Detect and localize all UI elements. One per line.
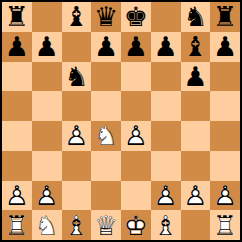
black-bishop-icon[interactable]: ♝ — [62, 2, 92, 32]
square-b6[interactable] — [32, 62, 62, 92]
square-g7[interactable]: ♝ — [181, 32, 211, 62]
square-h7[interactable]: ♟ — [210, 32, 240, 62]
square-h3[interactable] — [210, 151, 240, 181]
square-g4[interactable] — [181, 121, 211, 151]
piece-glyph: ♟ — [32, 32, 62, 62]
piece-outline-layer: ♕ — [91, 210, 121, 240]
piece-outline-layer: ♔ — [121, 210, 151, 240]
square-h8[interactable]: ♜ — [210, 2, 240, 32]
square-g1[interactable] — [181, 210, 211, 240]
square-b4[interactable] — [32, 121, 62, 151]
piece-outline-layer: ♙ — [62, 121, 92, 151]
square-b3[interactable] — [32, 151, 62, 181]
piece-glyph: ♞ — [181, 2, 211, 32]
square-h4[interactable] — [210, 121, 240, 151]
piece-glyph: ♜ — [210, 2, 240, 32]
chess-board: ♜♝♛♚♞♜♟♟♟♟♟♝♟♞♟♟♙♞♘♟♙♟♙♟♙♟♙♟♙♟♙♜♖♞♘♝♗♛♕♚… — [2, 2, 240, 240]
white-bishop-icon[interactable]: ♝♗ — [62, 210, 92, 240]
square-f6[interactable] — [151, 62, 181, 92]
square-a6[interactable] — [2, 62, 32, 92]
square-h1[interactable]: ♜♖ — [210, 210, 240, 240]
white-pawn-icon[interactable]: ♟♙ — [62, 121, 92, 151]
square-h2[interactable]: ♟♙ — [210, 181, 240, 211]
square-b1[interactable]: ♞♘ — [32, 210, 62, 240]
square-c1[interactable]: ♝♗ — [62, 210, 92, 240]
square-e2[interactable] — [121, 181, 151, 211]
square-f8[interactable] — [151, 2, 181, 32]
square-g3[interactable] — [181, 151, 211, 181]
piece-outline-layer: ♖ — [2, 210, 32, 240]
square-f4[interactable] — [151, 121, 181, 151]
square-a2[interactable]: ♟♙ — [2, 181, 32, 211]
piece-outline-layer: ♘ — [32, 210, 62, 240]
piece-outline-layer: ♘ — [91, 121, 121, 151]
square-d8[interactable]: ♛ — [91, 2, 121, 32]
square-g5[interactable] — [181, 91, 211, 121]
square-d2[interactable] — [91, 181, 121, 211]
square-c4[interactable]: ♟♙ — [62, 121, 92, 151]
square-a1[interactable]: ♜♖ — [2, 210, 32, 240]
piece-outline-layer: ♖ — [210, 210, 240, 240]
square-f3[interactable] — [151, 151, 181, 181]
square-e1[interactable]: ♚♔ — [121, 210, 151, 240]
piece-outline-layer: ♙ — [121, 121, 151, 151]
white-pawn-icon[interactable]: ♟♙ — [151, 181, 181, 211]
black-rook-icon[interactable]: ♜ — [2, 2, 32, 32]
black-pawn-icon[interactable]: ♟ — [121, 32, 151, 62]
square-f5[interactable] — [151, 91, 181, 121]
piece-outline-layer: ♙ — [210, 181, 240, 211]
square-h6[interactable] — [210, 62, 240, 92]
square-c3[interactable] — [62, 151, 92, 181]
black-king-icon[interactable]: ♚ — [121, 2, 151, 32]
piece-outline-layer: ♗ — [151, 210, 181, 240]
square-b2[interactable]: ♟♙ — [32, 181, 62, 211]
piece-outline-layer: ♙ — [2, 181, 32, 211]
square-c2[interactable] — [62, 181, 92, 211]
square-c7[interactable] — [62, 32, 92, 62]
square-f1[interactable]: ♝♗ — [151, 210, 181, 240]
square-g2[interactable]: ♟♙ — [181, 181, 211, 211]
white-pawn-icon[interactable]: ♟♙ — [32, 181, 62, 211]
square-a8[interactable]: ♜ — [2, 2, 32, 32]
square-e4[interactable]: ♟♙ — [121, 121, 151, 151]
black-bishop-icon[interactable]: ♝ — [181, 32, 211, 62]
square-g6[interactable]: ♟ — [181, 62, 211, 92]
square-h5[interactable] — [210, 91, 240, 121]
black-queen-icon[interactable]: ♛ — [91, 2, 121, 32]
black-pawn-icon[interactable]: ♟ — [2, 32, 32, 62]
square-e5[interactable] — [121, 91, 151, 121]
square-g8[interactable]: ♞ — [181, 2, 211, 32]
white-king-icon[interactable]: ♚♔ — [121, 210, 151, 240]
square-f2[interactable]: ♟♙ — [151, 181, 181, 211]
piece-glyph: ♝ — [62, 2, 92, 32]
board-frame: ♜♝♛♚♞♜♟♟♟♟♟♝♟♞♟♟♙♞♘♟♙♟♙♟♙♟♙♟♙♟♙♜♖♞♘♝♗♛♕♚… — [0, 0, 242, 242]
piece-glyph: ♟ — [91, 32, 121, 62]
white-rook-icon[interactable]: ♜♖ — [210, 210, 240, 240]
black-knight-icon[interactable]: ♞ — [62, 62, 92, 92]
white-bishop-icon[interactable]: ♝♗ — [151, 210, 181, 240]
piece-glyph: ♜ — [2, 2, 32, 32]
piece-glyph: ♟ — [151, 32, 181, 62]
white-pawn-icon[interactable]: ♟♙ — [121, 121, 151, 151]
white-pawn-icon[interactable]: ♟♙ — [2, 181, 32, 211]
square-e7[interactable]: ♟ — [121, 32, 151, 62]
piece-glyph: ♟ — [181, 62, 211, 92]
square-c8[interactable]: ♝ — [62, 2, 92, 32]
black-pawn-icon[interactable]: ♟ — [91, 32, 121, 62]
black-pawn-icon[interactable]: ♟ — [32, 32, 62, 62]
square-b7[interactable]: ♟ — [32, 32, 62, 62]
square-b5[interactable] — [32, 91, 62, 121]
black-pawn-icon[interactable]: ♟ — [181, 62, 211, 92]
piece-outline-layer: ♙ — [181, 181, 211, 211]
square-d4[interactable]: ♞♘ — [91, 121, 121, 151]
piece-glyph: ♛ — [91, 2, 121, 32]
square-a7[interactable]: ♟ — [2, 32, 32, 62]
square-e6[interactable] — [121, 62, 151, 92]
square-a5[interactable] — [2, 91, 32, 121]
piece-glyph: ♟ — [121, 32, 151, 62]
piece-glyph: ♚ — [121, 2, 151, 32]
piece-glyph: ♟ — [210, 32, 240, 62]
white-knight-icon[interactable]: ♞♘ — [91, 121, 121, 151]
square-c5[interactable] — [62, 91, 92, 121]
square-e8[interactable]: ♚ — [121, 2, 151, 32]
piece-glyph: ♝ — [181, 32, 211, 62]
square-c6[interactable]: ♞ — [62, 62, 92, 92]
square-d6[interactable] — [91, 62, 121, 92]
piece-outline-layer: ♙ — [32, 181, 62, 211]
square-f7[interactable]: ♟ — [151, 32, 181, 62]
piece-outline-layer: ♙ — [151, 181, 181, 211]
square-d1[interactable]: ♛♕ — [91, 210, 121, 240]
square-d7[interactable]: ♟ — [91, 32, 121, 62]
piece-outline-layer: ♗ — [62, 210, 92, 240]
square-a4[interactable] — [2, 121, 32, 151]
black-pawn-icon[interactable]: ♟ — [210, 32, 240, 62]
white-queen-icon[interactable]: ♛♕ — [91, 210, 121, 240]
square-d3[interactable] — [91, 151, 121, 181]
white-rook-icon[interactable]: ♜♖ — [2, 210, 32, 240]
square-d5[interactable] — [91, 91, 121, 121]
square-a3[interactable] — [2, 151, 32, 181]
black-rook-icon[interactable]: ♜ — [210, 2, 240, 32]
black-pawn-icon[interactable]: ♟ — [151, 32, 181, 62]
white-knight-icon[interactable]: ♞♘ — [32, 210, 62, 240]
piece-glyph: ♟ — [2, 32, 32, 62]
white-pawn-icon[interactable]: ♟♙ — [210, 181, 240, 211]
white-pawn-icon[interactable]: ♟♙ — [181, 181, 211, 211]
square-e3[interactable] — [121, 151, 151, 181]
square-b8[interactable] — [32, 2, 62, 32]
black-knight-icon[interactable]: ♞ — [181, 2, 211, 32]
piece-glyph: ♞ — [62, 62, 92, 92]
